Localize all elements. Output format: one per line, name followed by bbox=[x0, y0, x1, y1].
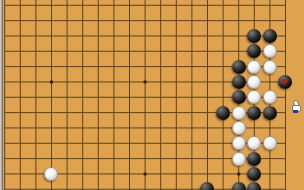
black-stone[interactable] bbox=[263, 29, 277, 43]
white-stone[interactable] bbox=[263, 44, 277, 58]
board-intersection[interactable] bbox=[246, 28, 262, 43]
board-intersection[interactable] bbox=[246, 105, 262, 120]
board-intersection[interactable] bbox=[215, 105, 231, 120]
board-intersection[interactable] bbox=[231, 120, 247, 135]
black-stone[interactable] bbox=[278, 75, 292, 89]
white-stone[interactable] bbox=[247, 75, 261, 89]
white-stone[interactable] bbox=[232, 121, 246, 135]
white-stone[interactable] bbox=[232, 106, 246, 120]
black-stone[interactable] bbox=[247, 44, 261, 58]
white-stone[interactable] bbox=[263, 136, 277, 150]
board-intersection[interactable] bbox=[231, 182, 247, 190]
board-intersection[interactable] bbox=[262, 28, 278, 43]
cursor-cuff bbox=[293, 110, 298, 113]
white-stone[interactable] bbox=[247, 60, 261, 74]
board-intersection[interactable] bbox=[44, 166, 60, 181]
white-stone[interactable] bbox=[232, 152, 246, 166]
black-stone[interactable] bbox=[247, 152, 261, 166]
black-stone[interactable] bbox=[247, 182, 261, 190]
white-stone[interactable] bbox=[263, 90, 277, 104]
board-intersection[interactable] bbox=[262, 90, 278, 105]
window-border-strip bbox=[0, 0, 3, 190]
board-intersection[interactable] bbox=[231, 59, 247, 74]
black-stone[interactable] bbox=[232, 90, 246, 104]
black-stone[interactable] bbox=[232, 182, 246, 190]
black-stone[interactable] bbox=[216, 106, 230, 120]
board-intersection[interactable] bbox=[262, 44, 278, 59]
board-intersection[interactable] bbox=[231, 90, 247, 105]
board-intersection[interactable] bbox=[246, 59, 262, 74]
board-intersection[interactable] bbox=[200, 182, 216, 190]
black-stone[interactable] bbox=[263, 106, 277, 120]
white-stone[interactable] bbox=[232, 136, 246, 150]
mouse-cursor-icon bbox=[291, 100, 301, 114]
board-intersection[interactable] bbox=[246, 182, 262, 190]
board-intersection[interactable] bbox=[278, 74, 294, 89]
white-stone[interactable] bbox=[247, 136, 261, 150]
black-stone[interactable] bbox=[232, 60, 246, 74]
black-stone[interactable] bbox=[247, 29, 261, 43]
board-intersection[interactable] bbox=[246, 166, 262, 181]
board-intersection[interactable] bbox=[231, 136, 247, 151]
board-intersection[interactable] bbox=[231, 151, 247, 166]
board-intersection[interactable] bbox=[246, 151, 262, 166]
board-intersection[interactable] bbox=[246, 74, 262, 89]
white-stone[interactable] bbox=[44, 167, 58, 181]
board-intersection[interactable] bbox=[246, 136, 262, 151]
board-intersection[interactable] bbox=[262, 105, 278, 120]
board-intersection[interactable] bbox=[262, 136, 278, 151]
white-stone[interactable] bbox=[263, 60, 277, 74]
go-board[interactable] bbox=[0, 0, 293, 190]
black-stone[interactable] bbox=[200, 182, 214, 190]
black-stone[interactable] bbox=[247, 167, 261, 181]
go-client-window bbox=[0, 0, 304, 190]
board-intersection[interactable] bbox=[262, 59, 278, 74]
last-move-marker bbox=[281, 79, 289, 85]
board-intersection[interactable] bbox=[246, 90, 262, 105]
board-intersection[interactable] bbox=[231, 105, 247, 120]
board-intersection[interactable] bbox=[246, 44, 262, 59]
black-stone[interactable] bbox=[247, 106, 261, 120]
black-stone[interactable] bbox=[232, 75, 246, 89]
board-intersection[interactable] bbox=[231, 74, 247, 89]
white-stone[interactable] bbox=[247, 90, 261, 104]
